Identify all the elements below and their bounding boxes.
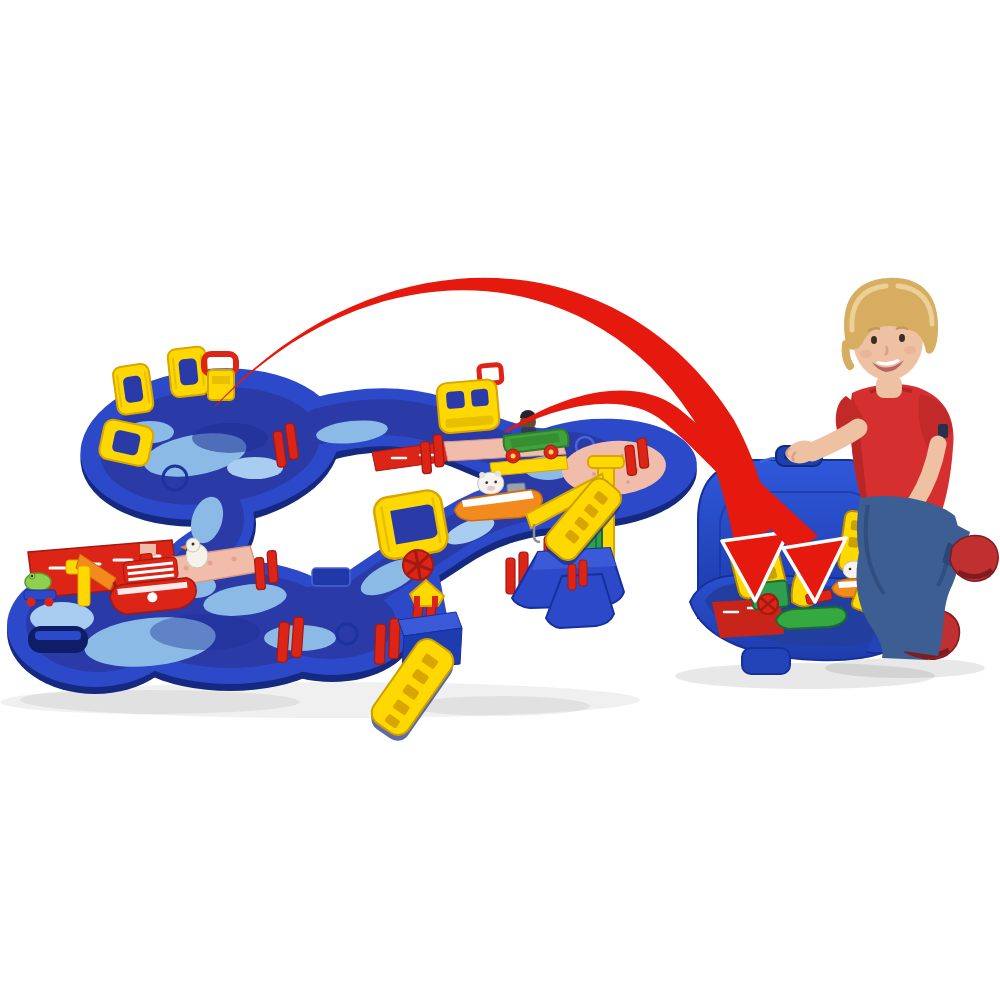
- water-pump: [204, 354, 236, 400]
- child-shoe-front: [950, 536, 998, 582]
- child-eye: [899, 334, 905, 342]
- product-photo-stage: [0, 0, 1000, 1000]
- moulded-island: [312, 568, 350, 586]
- packed-green-boat: [776, 607, 846, 629]
- carry-handle-moulded: [28, 626, 88, 653]
- harbour-gate: [435, 364, 506, 434]
- child-head: [844, 278, 938, 380]
- lock-gate: [112, 363, 154, 416]
- product-photo: [0, 0, 1000, 1000]
- child-arm-left: [812, 428, 858, 452]
- child-eye: [871, 336, 877, 344]
